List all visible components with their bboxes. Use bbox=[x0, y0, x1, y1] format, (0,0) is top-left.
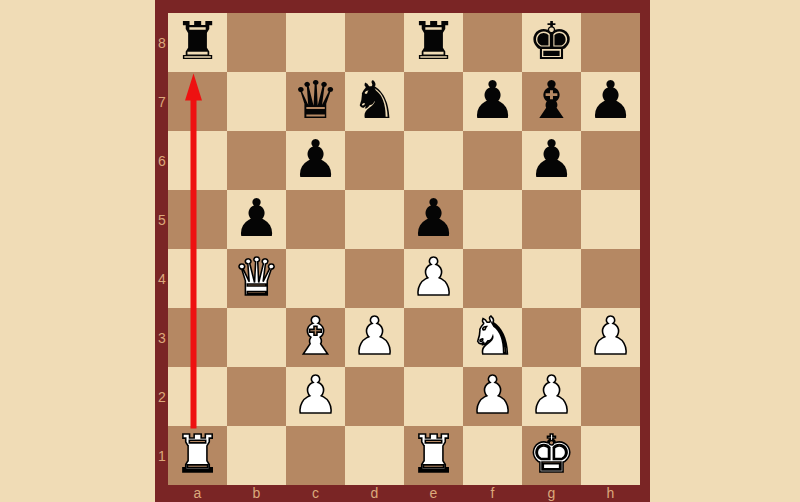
square-a1[interactable]: ♜ bbox=[168, 426, 227, 485]
square-f3[interactable]: ♞ bbox=[463, 308, 522, 367]
square-d2[interactable] bbox=[345, 367, 404, 426]
square-d6[interactable] bbox=[345, 131, 404, 190]
file-label-c: c bbox=[286, 485, 345, 502]
black-rook: ♜ bbox=[410, 12, 457, 71]
square-b6[interactable] bbox=[227, 131, 286, 190]
square-g7[interactable]: ♝ bbox=[522, 72, 581, 131]
square-d4[interactable] bbox=[345, 249, 404, 308]
square-c1[interactable] bbox=[286, 426, 345, 485]
square-f4[interactable] bbox=[463, 249, 522, 308]
white-pawn: ♟ bbox=[469, 366, 516, 425]
square-f6[interactable] bbox=[463, 131, 522, 190]
black-knight: ♞ bbox=[351, 71, 398, 130]
white-knight: ♞ bbox=[469, 307, 516, 366]
rank-label-6: 6 bbox=[155, 131, 169, 190]
square-b4[interactable]: ♛ bbox=[227, 249, 286, 308]
square-a6[interactable] bbox=[168, 131, 227, 190]
rank-label-1: 1 bbox=[155, 426, 169, 485]
file-label-g: g bbox=[522, 485, 581, 502]
file-label-d: d bbox=[345, 485, 404, 502]
square-a2[interactable] bbox=[168, 367, 227, 426]
square-e6[interactable] bbox=[404, 131, 463, 190]
rank-label-4: 4 bbox=[155, 249, 169, 308]
square-f7[interactable]: ♟ bbox=[463, 72, 522, 131]
square-c6[interactable]: ♟ bbox=[286, 131, 345, 190]
white-pawn: ♟ bbox=[351, 307, 398, 366]
square-e5[interactable]: ♟ bbox=[404, 190, 463, 249]
square-d8[interactable] bbox=[345, 13, 404, 72]
white-pawn: ♟ bbox=[410, 248, 457, 307]
square-d5[interactable] bbox=[345, 190, 404, 249]
file-labels: abcdefgh bbox=[168, 485, 640, 502]
white-pawn: ♟ bbox=[528, 366, 575, 425]
white-rook: ♜ bbox=[174, 425, 221, 484]
rank-label-2: 2 bbox=[155, 367, 169, 426]
black-king: ♚ bbox=[528, 12, 575, 71]
square-f1[interactable] bbox=[463, 426, 522, 485]
square-h2[interactable] bbox=[581, 367, 640, 426]
black-pawn: ♟ bbox=[233, 189, 280, 248]
square-c8[interactable] bbox=[286, 13, 345, 72]
rank-labels: 87654321 bbox=[155, 13, 168, 485]
square-g4[interactable] bbox=[522, 249, 581, 308]
black-rook: ♜ bbox=[174, 12, 221, 71]
square-c3[interactable]: ♝ bbox=[286, 308, 345, 367]
square-g2[interactable]: ♟ bbox=[522, 367, 581, 426]
chess-board: 87654321 ♜♜♚♛♞♟♝♟♟♟♟♟♛♟♝♟♞♟♟♟♟♜♜♚ abcdef… bbox=[155, 0, 650, 502]
square-d3[interactable]: ♟ bbox=[345, 308, 404, 367]
black-queen: ♛ bbox=[292, 71, 339, 130]
square-g5[interactable] bbox=[522, 190, 581, 249]
square-b5[interactable]: ♟ bbox=[227, 190, 286, 249]
square-e4[interactable]: ♟ bbox=[404, 249, 463, 308]
square-f2[interactable]: ♟ bbox=[463, 367, 522, 426]
square-h1[interactable] bbox=[581, 426, 640, 485]
black-bishop: ♝ bbox=[528, 71, 575, 130]
square-h5[interactable] bbox=[581, 190, 640, 249]
file-label-h: h bbox=[581, 485, 640, 502]
square-c5[interactable] bbox=[286, 190, 345, 249]
rank-label-8: 8 bbox=[155, 13, 169, 72]
square-b3[interactable] bbox=[227, 308, 286, 367]
file-label-a: a bbox=[168, 485, 227, 502]
rank-label-7: 7 bbox=[155, 72, 169, 131]
square-g8[interactable]: ♚ bbox=[522, 13, 581, 72]
square-h8[interactable] bbox=[581, 13, 640, 72]
square-e7[interactable] bbox=[404, 72, 463, 131]
square-b8[interactable] bbox=[227, 13, 286, 72]
square-b1[interactable] bbox=[227, 426, 286, 485]
square-c2[interactable]: ♟ bbox=[286, 367, 345, 426]
black-pawn: ♟ bbox=[528, 130, 575, 189]
black-pawn: ♟ bbox=[469, 71, 516, 130]
square-c4[interactable] bbox=[286, 249, 345, 308]
square-g1[interactable]: ♚ bbox=[522, 426, 581, 485]
square-c7[interactable]: ♛ bbox=[286, 72, 345, 131]
square-b7[interactable] bbox=[227, 72, 286, 131]
black-pawn: ♟ bbox=[587, 71, 634, 130]
square-a7[interactable] bbox=[168, 72, 227, 131]
white-pawn: ♟ bbox=[292, 366, 339, 425]
square-g6[interactable]: ♟ bbox=[522, 131, 581, 190]
square-e2[interactable] bbox=[404, 367, 463, 426]
square-a5[interactable] bbox=[168, 190, 227, 249]
square-e1[interactable]: ♜ bbox=[404, 426, 463, 485]
square-a8[interactable]: ♜ bbox=[168, 13, 227, 72]
white-rook: ♜ bbox=[410, 425, 457, 484]
white-queen: ♛ bbox=[233, 248, 280, 307]
white-pawn: ♟ bbox=[587, 307, 634, 366]
rank-label-3: 3 bbox=[155, 308, 169, 367]
page-background: { "game": "chess", "position": { "fen": … bbox=[0, 0, 800, 502]
white-bishop: ♝ bbox=[292, 307, 339, 366]
square-e8[interactable]: ♜ bbox=[404, 13, 463, 72]
square-d7[interactable]: ♞ bbox=[345, 72, 404, 131]
square-a3[interactable] bbox=[168, 308, 227, 367]
file-label-b: b bbox=[227, 485, 286, 502]
square-h4[interactable] bbox=[581, 249, 640, 308]
black-pawn: ♟ bbox=[410, 189, 457, 248]
square-d1[interactable] bbox=[345, 426, 404, 485]
board-squares: ♜♜♚♛♞♟♝♟♟♟♟♟♛♟♝♟♞♟♟♟♟♜♜♚ bbox=[168, 13, 640, 485]
square-h6[interactable] bbox=[581, 131, 640, 190]
square-h3[interactable]: ♟ bbox=[581, 308, 640, 367]
square-f5[interactable] bbox=[463, 190, 522, 249]
white-king: ♚ bbox=[528, 425, 575, 484]
square-b2[interactable] bbox=[227, 367, 286, 426]
square-f8[interactable] bbox=[463, 13, 522, 72]
black-pawn: ♟ bbox=[292, 130, 339, 189]
file-label-e: e bbox=[404, 485, 463, 502]
square-e3[interactable] bbox=[404, 308, 463, 367]
square-g3[interactable] bbox=[522, 308, 581, 367]
square-a4[interactable] bbox=[168, 249, 227, 308]
rank-label-5: 5 bbox=[155, 190, 169, 249]
square-h7[interactable]: ♟ bbox=[581, 72, 640, 131]
file-label-f: f bbox=[463, 485, 522, 502]
